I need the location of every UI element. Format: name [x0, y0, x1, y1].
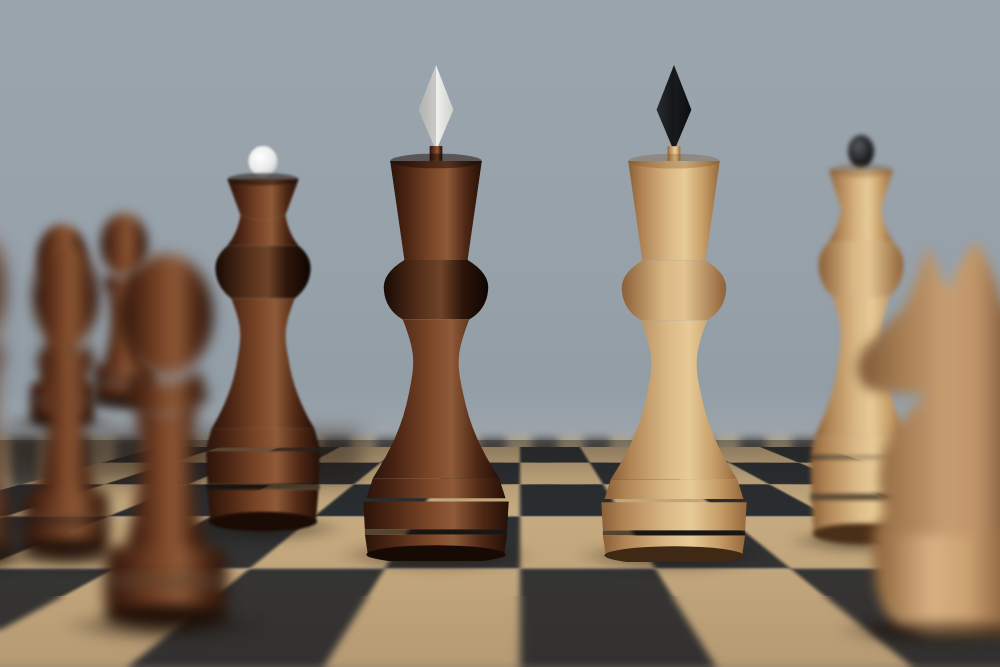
dark-king-piece	[357, 65, 515, 561]
dark-square	[520, 447, 590, 463]
chess-photo-scene	[0, 0, 1000, 667]
light-square	[520, 463, 603, 485]
light-knight-piece	[855, 240, 1000, 636]
dark-pawn-piece	[82, 252, 250, 632]
light-king-piece	[595, 65, 753, 562]
